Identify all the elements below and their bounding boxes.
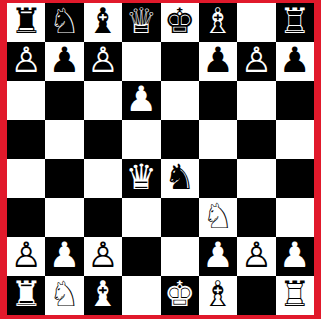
piece-black-knight-icon[interactable]: ♘ (49, 4, 80, 39)
square-c2[interactable]: ♙ (84, 237, 122, 276)
square-e7[interactable] (161, 42, 199, 81)
square-b2[interactable]: ♟ (45, 237, 83, 276)
piece-white-bishop-icon[interactable]: ♝ (87, 277, 118, 312)
square-g3[interactable] (237, 198, 275, 237)
square-d5[interactable] (122, 120, 160, 159)
piece-black-pawn-icon[interactable]: ♟ (49, 43, 80, 78)
square-e4[interactable]: ♞ (161, 159, 199, 198)
square-h3[interactable] (276, 198, 314, 237)
square-e2[interactable] (161, 237, 199, 276)
piece-white-rook-icon[interactable]: ♖ (279, 277, 310, 312)
square-f1[interactable]: ♗ (199, 276, 237, 315)
square-g8[interactable] (237, 3, 275, 42)
square-d4[interactable]: ♛ (122, 159, 160, 198)
square-a1[interactable]: ♜ (7, 276, 45, 315)
square-f5[interactable] (199, 120, 237, 159)
square-c1[interactable]: ♝ (84, 276, 122, 315)
square-d6[interactable]: ♟ (122, 81, 160, 120)
piece-black-rook-icon[interactable]: ♖ (279, 4, 310, 39)
piece-black-knight-icon[interactable]: ♞ (164, 160, 195, 195)
square-c4[interactable] (84, 159, 122, 198)
square-f2[interactable]: ♟ (199, 237, 237, 276)
piece-black-pawn-icon[interactable]: ♙ (10, 43, 41, 78)
square-a4[interactable] (7, 159, 45, 198)
square-c3[interactable] (84, 198, 122, 237)
square-g1[interactable] (237, 276, 275, 315)
square-b8[interactable]: ♘ (45, 3, 83, 42)
piece-black-bishop-icon[interactable]: ♗ (202, 4, 233, 39)
piece-white-queen-icon[interactable]: ♛ (126, 160, 157, 195)
square-b5[interactable] (45, 120, 83, 159)
piece-white-pawn-icon[interactable]: ♟ (49, 238, 80, 273)
square-d7[interactable] (122, 42, 160, 81)
piece-white-king-icon[interactable]: ♚ (164, 277, 195, 312)
square-a8[interactable]: ♜ (7, 3, 45, 42)
square-h2[interactable]: ♟ (276, 237, 314, 276)
piece-black-pawn-icon[interactable]: ♟ (279, 43, 310, 78)
square-d8[interactable]: ♕ (122, 3, 160, 42)
square-f7[interactable]: ♟ (199, 42, 237, 81)
piece-white-pawn-icon[interactable]: ♟ (279, 238, 310, 273)
piece-white-bishop-icon[interactable]: ♗ (202, 277, 233, 312)
square-d1[interactable] (122, 276, 160, 315)
piece-black-pawn-icon[interactable]: ♟ (202, 43, 233, 78)
square-d3[interactable] (122, 198, 160, 237)
chess-board: ♜♘♝♕♚♗♖♙♟♙♟♙♟♟♛♞♘♙♟♙♟♙♟♜♘♝♚♗♖ (7, 3, 314, 315)
square-d2[interactable] (122, 237, 160, 276)
square-g4[interactable] (237, 159, 275, 198)
piece-white-knight-icon[interactable]: ♘ (202, 199, 233, 234)
square-h5[interactable] (276, 120, 314, 159)
piece-white-pawn-icon[interactable]: ♙ (241, 238, 272, 273)
square-f4[interactable] (199, 159, 237, 198)
piece-white-pawn-icon[interactable]: ♟ (126, 82, 157, 117)
square-h8[interactable]: ♖ (276, 3, 314, 42)
piece-white-pawn-icon[interactable]: ♙ (10, 238, 41, 273)
piece-black-pawn-icon[interactable]: ♙ (241, 43, 272, 78)
piece-black-king-icon[interactable]: ♚ (164, 4, 195, 39)
square-a3[interactable] (7, 198, 45, 237)
square-c6[interactable] (84, 81, 122, 120)
square-h7[interactable]: ♟ (276, 42, 314, 81)
piece-black-bishop-icon[interactable]: ♝ (87, 4, 118, 39)
square-f6[interactable] (199, 81, 237, 120)
square-b6[interactable] (45, 81, 83, 120)
piece-white-pawn-icon[interactable]: ♟ (202, 238, 233, 273)
piece-black-queen-icon[interactable]: ♕ (126, 4, 157, 39)
square-a5[interactable] (7, 120, 45, 159)
piece-black-pawn-icon[interactable]: ♙ (87, 43, 118, 78)
board-frame: ♜♘♝♕♚♗♖♙♟♙♟♙♟♟♛♞♘♙♟♙♟♙♟♜♘♝♚♗♖ (0, 0, 321, 319)
square-g6[interactable] (237, 81, 275, 120)
square-b4[interactable] (45, 159, 83, 198)
square-h1[interactable]: ♖ (276, 276, 314, 315)
square-b3[interactable] (45, 198, 83, 237)
square-b7[interactable]: ♟ (45, 42, 83, 81)
square-h4[interactable] (276, 159, 314, 198)
square-a7[interactable]: ♙ (7, 42, 45, 81)
square-e6[interactable] (161, 81, 199, 120)
piece-white-rook-icon[interactable]: ♜ (10, 277, 41, 312)
piece-white-knight-icon[interactable]: ♘ (49, 277, 80, 312)
square-c7[interactable]: ♙ (84, 42, 122, 81)
square-a2[interactable]: ♙ (7, 237, 45, 276)
square-a6[interactable] (7, 81, 45, 120)
square-e1[interactable]: ♚ (161, 276, 199, 315)
square-f3[interactable]: ♘ (199, 198, 237, 237)
piece-black-rook-icon[interactable]: ♜ (10, 4, 41, 39)
square-g5[interactable] (237, 120, 275, 159)
square-e5[interactable] (161, 120, 199, 159)
square-c5[interactable] (84, 120, 122, 159)
piece-white-pawn-icon[interactable]: ♙ (87, 238, 118, 273)
square-g7[interactable]: ♙ (237, 42, 275, 81)
square-h6[interactable] (276, 81, 314, 120)
square-g2[interactable]: ♙ (237, 237, 275, 276)
square-e8[interactable]: ♚ (161, 3, 199, 42)
square-f8[interactable]: ♗ (199, 3, 237, 42)
square-e3[interactable] (161, 198, 199, 237)
square-c8[interactable]: ♝ (84, 3, 122, 42)
square-b1[interactable]: ♘ (45, 276, 83, 315)
